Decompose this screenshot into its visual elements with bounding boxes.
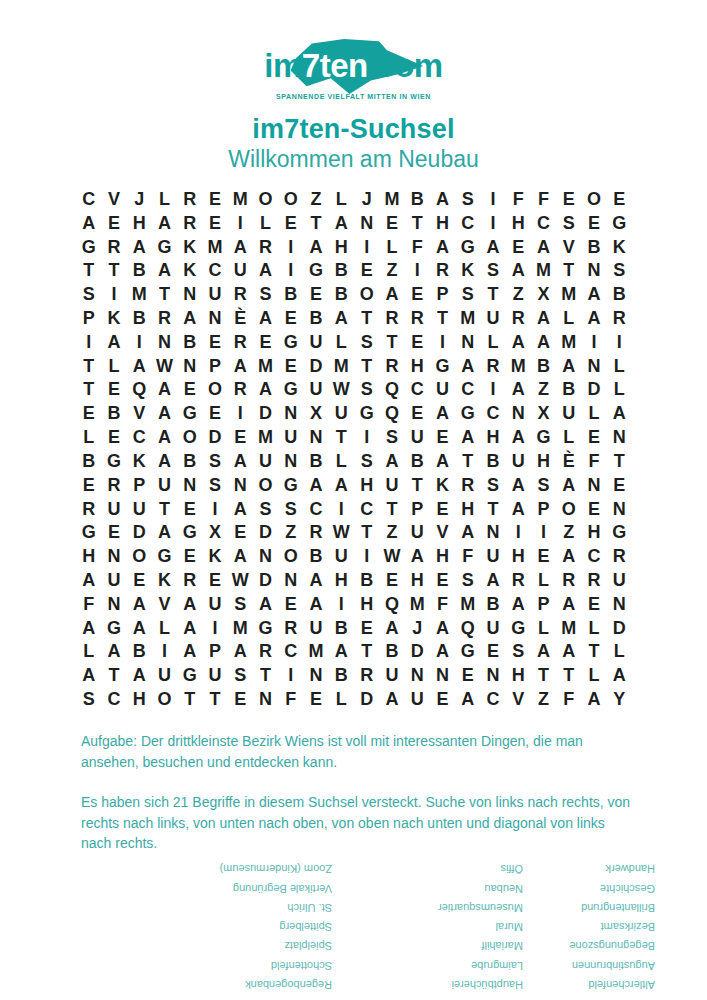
- grid-cell-r15c2: E: [101, 520, 126, 544]
- grid-cell-r22c4: O: [152, 687, 177, 711]
- word-list-item: Museumsquartier: [393, 898, 523, 917]
- word-list-item: Zoom (Kindermuseum): [202, 859, 332, 878]
- grid-cell-r13c8: O: [253, 473, 278, 497]
- grid-cell-r1c10: Z: [303, 187, 328, 211]
- grid-cell-r7c7: R: [228, 330, 253, 354]
- grid-cell-r9c6: O: [202, 378, 227, 402]
- grid-cell-r12c21: F: [581, 449, 606, 473]
- grid-cell-r12c1: B: [76, 449, 101, 473]
- grid-cell-r2c19: C: [531, 211, 556, 235]
- grid-cell-r17c12: B: [354, 568, 379, 592]
- word-list-2: HauptbüchereiLaimgrubeMariahilfMuralMuse…: [393, 858, 523, 994]
- grid-cell-r20c20: A: [556, 640, 581, 664]
- grid-cell-r5c20: M: [556, 282, 581, 306]
- grid-cell-r12c5: B: [177, 449, 202, 473]
- grid-cell-r17c19: L: [531, 568, 556, 592]
- grid-cell-r18c19: P: [531, 592, 556, 616]
- page-title: im7ten-Suchsel: [0, 114, 707, 145]
- grid-cell-r6c20: L: [556, 306, 581, 330]
- page: im7ten.com SPANNENDE VIELFALT MITTEN IN …: [0, 0, 707, 1000]
- grid-cell-r4c13: Z: [379, 258, 404, 282]
- grid-cell-r7c10: U: [303, 330, 328, 354]
- grid-cell-r16c19: E: [531, 544, 556, 568]
- grid-cell-r8c11: M: [329, 354, 354, 378]
- grid-cell-r6c13: R: [379, 306, 404, 330]
- grid-cell-r19c1: A: [76, 616, 101, 640]
- grid-cell-r5c19: X: [531, 282, 556, 306]
- grid-cell-r12c9: N: [278, 449, 303, 473]
- grid-cell-r6c10: B: [303, 306, 328, 330]
- grid-cell-r13c2: R: [101, 473, 126, 497]
- grid-cell-r1c15: A: [430, 187, 455, 211]
- grid-cell-r19c16: Q: [455, 616, 480, 640]
- grid-cell-r19c5: A: [177, 616, 202, 640]
- grid-cell-r4c4: A: [152, 258, 177, 282]
- grid-cell-r22c20: F: [556, 687, 581, 711]
- grid-cell-r21c2: T: [101, 663, 126, 687]
- grid-cell-r6c22: R: [607, 306, 632, 330]
- grid-cell-r20c13: B: [379, 640, 404, 664]
- grid-cell-r10c19: X: [531, 401, 556, 425]
- grid-cell-r20c7: A: [228, 640, 253, 664]
- grid-cell-r16c7: A: [228, 544, 253, 568]
- grid-cell-r15c13: Z: [379, 520, 404, 544]
- grid-cell-r22c11: L: [329, 687, 354, 711]
- grid-cell-r7c13: T: [379, 330, 404, 354]
- grid-cell-r15c7: E: [228, 520, 253, 544]
- logo-7ten: 7ten: [302, 47, 368, 84]
- grid-cell-r2c20: S: [556, 211, 581, 235]
- grid-cell-r13c19: S: [531, 473, 556, 497]
- grid-cell-r13c7: N: [228, 473, 253, 497]
- grid-cell-r20c21: T: [581, 640, 606, 664]
- grid-cell-r1c22: E: [607, 187, 632, 211]
- grid-cell-r17c11: H: [329, 568, 354, 592]
- grid-cell-r5c8: S: [253, 282, 278, 306]
- grid-cell-r9c10: U: [303, 378, 328, 402]
- grid-cell-r2c8: L: [253, 211, 278, 235]
- grid-cell-r6c3: B: [127, 306, 152, 330]
- grid-cell-r13c9: G: [278, 473, 303, 497]
- grid-cell-r9c17: I: [480, 378, 505, 402]
- grid-cell-r2c18: H: [506, 211, 531, 235]
- grid-cell-r9c4: A: [152, 378, 177, 402]
- grid-cell-r18c17: B: [480, 592, 505, 616]
- grid-cell-r12c7: A: [228, 449, 253, 473]
- grid-cell-r22c17: C: [480, 687, 505, 711]
- grid-cell-r10c20: U: [556, 401, 581, 425]
- grid-cell-r21c8: T: [253, 663, 278, 687]
- word-list-item: Regenbogenbank: [202, 975, 332, 994]
- grid-cell-r9c9: G: [278, 378, 303, 402]
- grid-cell-r8c19: B: [531, 354, 556, 378]
- grid-cell-r1c14: B: [405, 187, 430, 211]
- grid-cell-r9c1: T: [76, 378, 101, 402]
- grid-cell-r7c5: B: [177, 330, 202, 354]
- grid-cell-r11c22: N: [607, 425, 632, 449]
- grid-cell-r17c17: A: [480, 568, 505, 592]
- grid-cell-r16c16: F: [455, 544, 480, 568]
- grid-cell-r7c18: A: [506, 330, 531, 354]
- grid-cell-r2c10: T: [303, 211, 328, 235]
- grid-cell-r3c4: G: [152, 235, 177, 259]
- grid-cell-r12c22: T: [607, 449, 632, 473]
- grid-cell-r19c7: M: [228, 616, 253, 640]
- grid-cell-r8c15: G: [430, 354, 455, 378]
- grid-cell-r9c12: S: [354, 378, 379, 402]
- word-list-item: Hauptbücherei: [393, 975, 523, 994]
- grid-cell-r16c1: H: [76, 544, 101, 568]
- grid-cell-r17c6: E: [202, 568, 227, 592]
- grid-cell-r5c1: S: [76, 282, 101, 306]
- grid-cell-r5c21: A: [581, 282, 606, 306]
- grid-cell-r8c2: L: [101, 354, 126, 378]
- grid-cell-r6c16: M: [455, 306, 480, 330]
- grid-cell-r11c9: U: [278, 425, 303, 449]
- grid-cell-r10c7: I: [228, 401, 253, 425]
- grid-cell-r2c16: C: [455, 211, 480, 235]
- grid-cell-r19c14: J: [405, 616, 430, 640]
- grid-cell-r15c1: G: [76, 520, 101, 544]
- grid-cell-r5c18: Z: [506, 282, 531, 306]
- grid-cell-r16c10: B: [303, 544, 328, 568]
- grid-cell-r7c17: L: [480, 330, 505, 354]
- grid-cell-r18c18: A: [506, 592, 531, 616]
- grid-cell-r8c1: T: [76, 354, 101, 378]
- grid-cell-r20c8: R: [253, 640, 278, 664]
- grid-cell-r1c17: I: [480, 187, 505, 211]
- logo-row: im7ten.com: [247, 42, 461, 90]
- grid-cell-r14c12: C: [354, 497, 379, 521]
- grid-cell-r22c8: N: [253, 687, 278, 711]
- grid-cell-r13c4: U: [152, 473, 177, 497]
- grid-cell-r1c5: R: [177, 187, 202, 211]
- grid-cell-r8c7: A: [228, 354, 253, 378]
- grid-cell-r6c5: A: [177, 306, 202, 330]
- grid-cell-r8c3: A: [127, 354, 152, 378]
- grid-cell-r16c2: N: [101, 544, 126, 568]
- grid-cell-r10c10: X: [303, 401, 328, 425]
- grid-cell-r6c1: P: [76, 306, 101, 330]
- grid-cell-r13c20: A: [556, 473, 581, 497]
- grid-cell-r11c4: A: [152, 425, 177, 449]
- grid-cell-r22c14: U: [405, 687, 430, 711]
- grid-cell-r6c21: A: [581, 306, 606, 330]
- grid-cell-r22c2: C: [101, 687, 126, 711]
- grid-cell-r7c8: E: [253, 330, 278, 354]
- grid-cell-r19c9: R: [278, 616, 303, 640]
- grid-cell-r7c11: L: [329, 330, 354, 354]
- grid-cell-r13c17: S: [480, 473, 505, 497]
- grid-cell-r12c17: B: [480, 449, 505, 473]
- grid-cell-r17c14: H: [405, 568, 430, 592]
- grid-cell-r11c5: O: [177, 425, 202, 449]
- grid-cell-r11c12: I: [354, 425, 379, 449]
- grid-cell-r3c1: G: [76, 235, 101, 259]
- grid-cell-r12c18: U: [506, 449, 531, 473]
- grid-cell-r18c13: Q: [379, 592, 404, 616]
- grid-cell-r2c2: E: [101, 211, 126, 235]
- grid-cell-r9c16: C: [455, 378, 480, 402]
- grid-cell-r4c21: N: [581, 258, 606, 282]
- grid-cell-r11c16: A: [455, 425, 480, 449]
- grid-cell-r8c8: M: [253, 354, 278, 378]
- grid-cell-r18c11: I: [329, 592, 354, 616]
- grid-cell-r1c18: F: [506, 187, 531, 211]
- grid-cell-r22c3: H: [127, 687, 152, 711]
- grid-cell-r11c6: D: [202, 425, 227, 449]
- grid-cell-r9c20: B: [556, 378, 581, 402]
- grid-cell-r4c18: A: [506, 258, 531, 282]
- grid-cell-r9c11: W: [329, 378, 354, 402]
- grid-cell-r21c7: S: [228, 663, 253, 687]
- grid-cell-r16c4: G: [152, 544, 177, 568]
- grid-cell-r6c17: U: [480, 306, 505, 330]
- grid-cell-r11c8: M: [253, 425, 278, 449]
- grid-cell-r2c4: A: [152, 211, 177, 235]
- grid-cell-r1c1: C: [76, 187, 101, 211]
- word-list-item: Handwerk: [525, 859, 655, 878]
- grid-cell-r14c13: T: [379, 497, 404, 521]
- grid-cell-r20c12: T: [354, 640, 379, 664]
- grid-cell-r22c12: D: [354, 687, 379, 711]
- grid-cell-r10c8: D: [253, 401, 278, 425]
- hint-paragraph: Es haben sich 21 Begriffe in diesem Such…: [81, 792, 637, 854]
- grid-cell-r12c8: U: [253, 449, 278, 473]
- grid-cell-r3c3: A: [127, 235, 152, 259]
- grid-cell-r13c13: U: [379, 473, 404, 497]
- grid-cell-r3c16: G: [455, 235, 480, 259]
- grid-cell-r18c4: V: [152, 592, 177, 616]
- grid-cell-r5c12: O: [354, 282, 379, 306]
- grid-cell-r18c9: E: [278, 592, 303, 616]
- grid-cell-r13c10: A: [303, 473, 328, 497]
- grid-cell-r16c20: A: [556, 544, 581, 568]
- grid-cell-r6c9: E: [278, 306, 303, 330]
- grid-cell-r10c21: L: [581, 401, 606, 425]
- grid-cell-r18c20: A: [556, 592, 581, 616]
- logo-tagline: SPANNENDE VIELFALT MITTEN IN WIEN: [276, 93, 431, 100]
- word-search-grid: CVJLREMOOZLJMBASIFFEOEAEHAREILETANETHCIH…: [76, 187, 632, 711]
- grid-cell-r7c22: I: [607, 330, 632, 354]
- grid-cell-r3c10: A: [303, 235, 328, 259]
- grid-cell-r15c20: Z: [556, 520, 581, 544]
- grid-cell-r5c17: T: [480, 282, 505, 306]
- grid-cell-r16c14: A: [405, 544, 430, 568]
- grid-cell-r17c4: K: [152, 568, 177, 592]
- grid-cell-r17c9: N: [278, 568, 303, 592]
- grid-cell-r21c18: H: [506, 663, 531, 687]
- grid-cell-r4c12: E: [354, 258, 379, 282]
- grid-cell-r14c2: U: [101, 497, 126, 521]
- grid-cell-r13c21: N: [581, 473, 606, 497]
- grid-cell-r22c10: E: [303, 687, 328, 711]
- grid-cell-r15c12: T: [354, 520, 379, 544]
- grid-cell-r16c13: W: [379, 544, 404, 568]
- grid-cell-r4c8: A: [253, 258, 278, 282]
- grid-cell-r3c2: R: [101, 235, 126, 259]
- grid-cell-r21c10: N: [303, 663, 328, 687]
- grid-cell-r11c17: H: [480, 425, 505, 449]
- grid-cell-r13c22: E: [607, 473, 632, 497]
- grid-cell-r7c1: I: [76, 330, 101, 354]
- grid-cell-r5c10: E: [303, 282, 328, 306]
- grid-cell-r15c3: D: [127, 520, 152, 544]
- grid-cell-r11c14: U: [405, 425, 430, 449]
- grid-cell-r16c3: O: [127, 544, 152, 568]
- grid-cell-r12c19: H: [531, 449, 556, 473]
- grid-cell-r20c15: A: [430, 640, 455, 664]
- grid-cell-r7c2: A: [101, 330, 126, 354]
- grid-cell-r11c15: E: [430, 425, 455, 449]
- grid-cell-r13c6: S: [202, 473, 227, 497]
- grid-cell-r14c7: A: [228, 497, 253, 521]
- grid-cell-r21c19: T: [531, 663, 556, 687]
- grid-cell-r2c5: R: [177, 211, 202, 235]
- grid-cell-r4c17: S: [480, 258, 505, 282]
- word-list-item: St. Ulrich: [202, 898, 332, 917]
- grid-cell-r4c9: I: [278, 258, 303, 282]
- grid-cell-r20c22: L: [607, 640, 632, 664]
- grid-cell-r19c11: B: [329, 616, 354, 640]
- grid-cell-r22c19: Z: [531, 687, 556, 711]
- grid-cell-r1c6: E: [202, 187, 227, 211]
- grid-cell-r14c1: R: [76, 497, 101, 521]
- grid-cell-r3c18: E: [506, 235, 531, 259]
- grid-cell-r20c14: D: [405, 640, 430, 664]
- logo-text: im7ten.com: [247, 42, 461, 90]
- grid-cell-r11c20: L: [556, 425, 581, 449]
- grid-cell-r9c7: R: [228, 378, 253, 402]
- grid-cell-r10c15: A: [430, 401, 455, 425]
- grid-cell-r10c1: E: [76, 401, 101, 425]
- grid-cell-r7c12: S: [354, 330, 379, 354]
- grid-cell-r5c22: B: [607, 282, 632, 306]
- grid-cell-r19c19: L: [531, 616, 556, 640]
- grid-cell-r16c8: N: [253, 544, 278, 568]
- grid-cell-r1c20: E: [556, 187, 581, 211]
- grid-cell-r10c3: V: [127, 401, 152, 425]
- grid-cell-r17c18: R: [506, 568, 531, 592]
- grid-cell-r21c1: A: [76, 663, 101, 687]
- grid-cell-r4c22: S: [607, 258, 632, 282]
- grid-cell-r12c13: A: [379, 449, 404, 473]
- grid-cell-r21c6: U: [202, 663, 227, 687]
- grid-cell-r18c15: F: [430, 592, 455, 616]
- grid-cell-r15c16: A: [455, 520, 480, 544]
- grid-cell-r18c10: A: [303, 592, 328, 616]
- grid-cell-r9c18: A: [506, 378, 531, 402]
- grid-cell-r12c20: È: [556, 449, 581, 473]
- grid-cell-r6c11: A: [329, 306, 354, 330]
- grid-cell-r9c13: Q: [379, 378, 404, 402]
- grid-cell-r10c14: E: [405, 401, 430, 425]
- grid-cell-r21c15: N: [430, 663, 455, 687]
- grid-cell-r2c21: E: [581, 211, 606, 235]
- grid-cell-r11c3: C: [127, 425, 152, 449]
- grid-cell-r20c5: A: [177, 640, 202, 664]
- grid-cell-r12c10: B: [303, 449, 328, 473]
- grid-cell-r5c14: E: [405, 282, 430, 306]
- grid-cell-r18c8: A: [253, 592, 278, 616]
- grid-cell-r14c17: T: [480, 497, 505, 521]
- grid-cell-r11c11: T: [329, 425, 354, 449]
- grid-cell-r18c6: U: [202, 592, 227, 616]
- grid-cell-r1c9: O: [278, 187, 303, 211]
- grid-cell-r3c19: A: [531, 235, 556, 259]
- grid-cell-r8c22: L: [607, 354, 632, 378]
- word-list-item: Augustinbrunnen: [525, 955, 655, 974]
- grid-cell-r7c15: I: [430, 330, 455, 354]
- grid-cell-r11c13: S: [379, 425, 404, 449]
- grid-cell-r21c14: N: [405, 663, 430, 687]
- grid-cell-r15c10: R: [303, 520, 328, 544]
- grid-cell-r21c5: G: [177, 663, 202, 687]
- grid-cell-r1c12: J: [354, 187, 379, 211]
- grid-cell-r18c1: F: [76, 592, 101, 616]
- grid-cell-r15c5: G: [177, 520, 202, 544]
- grid-cell-r19c3: A: [127, 616, 152, 640]
- grid-cell-r22c18: V: [506, 687, 531, 711]
- grid-cell-r11c10: N: [303, 425, 328, 449]
- grid-cell-r1c3: J: [127, 187, 152, 211]
- grid-cell-r16c9: O: [278, 544, 303, 568]
- grid-cell-r8c5: N: [177, 354, 202, 378]
- word-list-item: Spielplatz: [202, 936, 332, 955]
- grid-cell-r13c1: E: [76, 473, 101, 497]
- logo: im7ten.com SPANNENDE VIELFALT MITTEN IN …: [0, 42, 707, 100]
- grid-cell-r16c18: H: [506, 544, 531, 568]
- grid-cell-r13c16: R: [455, 473, 480, 497]
- grid-cell-r4c1: T: [76, 258, 101, 282]
- grid-cell-r8c4: W: [152, 354, 177, 378]
- grid-cell-r7c19: A: [531, 330, 556, 354]
- grid-cell-r5c16: S: [455, 282, 480, 306]
- grid-cell-r4c2: T: [101, 258, 126, 282]
- grid-cell-r19c13: A: [379, 616, 404, 640]
- grid-cell-r11c2: E: [101, 425, 126, 449]
- grid-cell-r4c5: K: [177, 258, 202, 282]
- grid-cell-r19c17: U: [480, 616, 505, 640]
- grid-cell-r7c16: N: [455, 330, 480, 354]
- grid-cell-r5c9: B: [278, 282, 303, 306]
- grid-cell-r16c11: U: [329, 544, 354, 568]
- grid-cell-r19c4: L: [152, 616, 177, 640]
- grid-cell-r3c21: B: [581, 235, 606, 259]
- grid-cell-r6c7: È: [228, 306, 253, 330]
- grid-cell-r4c16: K: [455, 258, 480, 282]
- grid-cell-r19c10: U: [303, 616, 328, 640]
- grid-cell-r14c9: S: [278, 497, 303, 521]
- grid-cell-r4c14: I: [405, 258, 430, 282]
- grid-cell-r2c11: A: [329, 211, 354, 235]
- grid-cell-r6c6: N: [202, 306, 227, 330]
- grid-cell-r8c14: H: [405, 354, 430, 378]
- grid-cell-r3c17: A: [480, 235, 505, 259]
- grid-cell-r9c14: C: [405, 378, 430, 402]
- page-subtitle: Willkommen am Neubau: [0, 146, 707, 173]
- grid-cell-r13c11: A: [329, 473, 354, 497]
- grid-cell-r6c15: T: [430, 306, 455, 330]
- grid-cell-r17c10: A: [303, 568, 328, 592]
- grid-cell-r3c6: M: [202, 235, 227, 259]
- grid-cell-r22c5: T: [177, 687, 202, 711]
- grid-cell-r19c20: M: [556, 616, 581, 640]
- grid-cell-r2c14: T: [405, 211, 430, 235]
- grid-cell-r16c6: K: [202, 544, 227, 568]
- grid-cell-r17c21: R: [581, 568, 606, 592]
- grid-cell-r21c3: A: [127, 663, 152, 687]
